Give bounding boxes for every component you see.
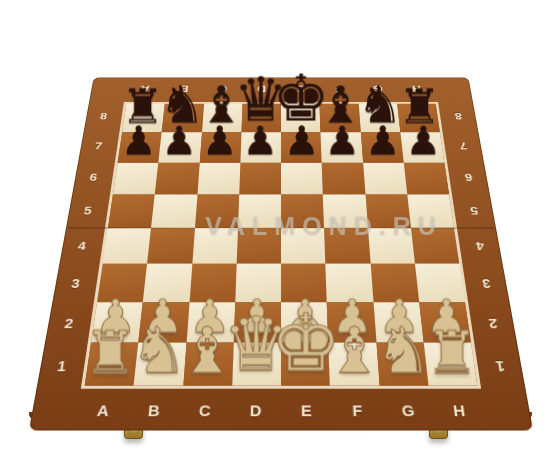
playfield: ♜♞♝♛♚♝♞♜♟♟♟♟♟♟♟♟♟♟♟♟♟♟♟♟♜♞♝♛♚♝♞♜ <box>81 102 481 389</box>
coordinate-label: H <box>396 81 437 96</box>
piece-white-rook[interactable]: ♜ <box>426 324 479 383</box>
square-h6[interactable] <box>403 162 449 194</box>
square-e7[interactable]: ♟ <box>281 132 322 162</box>
square-h7[interactable]: ♟ <box>400 132 444 162</box>
coordinate-label: A <box>76 398 130 424</box>
square-d7[interactable]: ♟ <box>240 132 281 162</box>
square-d6[interactable] <box>239 162 281 194</box>
square-g7[interactable]: ♟ <box>360 132 403 162</box>
square-f6[interactable] <box>322 162 365 194</box>
piece-black-pawn[interactable]: ♟ <box>243 121 278 161</box>
square-d5[interactable] <box>238 194 281 228</box>
coordinate-label: A <box>125 81 166 96</box>
square-b4[interactable] <box>147 228 194 264</box>
coordinate-label: 1 <box>44 345 78 389</box>
square-e4[interactable] <box>281 228 326 264</box>
square-a6[interactable] <box>113 162 159 194</box>
square-c6[interactable] <box>197 162 240 194</box>
square-f4[interactable] <box>324 228 370 264</box>
square-e5[interactable] <box>281 194 324 228</box>
piece-black-pawn[interactable]: ♟ <box>406 121 441 161</box>
coordinate-label: F <box>319 81 359 96</box>
square-e1[interactable]: ♚ <box>281 342 330 385</box>
file-labels-bottom: ABCDEFGH <box>76 398 487 424</box>
coordinate-label: G <box>358 81 398 96</box>
square-b7[interactable]: ♟ <box>159 132 202 162</box>
square-b6[interactable] <box>155 162 199 194</box>
coordinate-label: 3 <box>60 264 92 303</box>
coordinate-label: 8 <box>445 102 472 131</box>
piece-white-rook[interactable]: ♜ <box>83 324 136 383</box>
coordinate-label: 5 <box>460 194 489 228</box>
coordinate-label: 7 <box>450 131 477 162</box>
coordinate-label: D <box>230 398 281 424</box>
coordinate-label: 1 <box>483 345 517 389</box>
coordinate-label: 4 <box>67 228 97 264</box>
coordinate-label: D <box>242 81 281 96</box>
square-g1[interactable]: ♞ <box>376 342 428 385</box>
square-h1[interactable]: ♜ <box>423 342 477 385</box>
file-labels-top: ABCDEFGH <box>125 81 437 96</box>
coordinate-label: 2 <box>477 303 510 344</box>
chess-set-photo: ABCDEFGH ABCDEFGH 87654321 87654321 ♜♞♝♛… <box>0 0 560 469</box>
coordinate-label: C <box>178 398 230 424</box>
coordinate-label: G <box>382 398 435 424</box>
square-h5[interactable] <box>407 194 454 228</box>
coordinate-label: 4 <box>465 228 495 264</box>
coordinate-label: 2 <box>52 303 85 344</box>
square-c4[interactable] <box>192 228 238 264</box>
square-f5[interactable] <box>323 194 367 228</box>
coordinate-label: E <box>281 398 332 424</box>
coordinate-label: B <box>127 398 180 424</box>
coordinate-label: B <box>164 81 204 96</box>
coordinate-label: 5 <box>73 194 102 228</box>
coordinate-label: 8 <box>90 102 117 131</box>
coordinate-label: 7 <box>85 131 112 162</box>
piece-black-pawn[interactable]: ♟ <box>365 121 400 161</box>
coordinate-label: 3 <box>471 264 503 303</box>
piece-black-pawn[interactable]: ♟ <box>324 121 359 161</box>
square-d4[interactable] <box>236 228 281 264</box>
square-a4[interactable] <box>103 228 152 264</box>
square-c7[interactable]: ♟ <box>199 132 241 162</box>
square-c5[interactable] <box>195 194 239 228</box>
piece-black-pawn[interactable]: ♟ <box>121 121 156 161</box>
square-e6[interactable] <box>281 162 323 194</box>
chess-board: ABCDEFGH ABCDEFGH 87654321 87654321 ♜♞♝♛… <box>29 78 533 431</box>
piece-white-knight[interactable]: ♞ <box>375 319 432 382</box>
piece-black-pawn[interactable]: ♟ <box>161 121 196 161</box>
coordinate-label: E <box>281 81 320 96</box>
square-f7[interactable]: ♟ <box>321 132 363 162</box>
square-f1[interactable]: ♝ <box>328 342 379 385</box>
square-a5[interactable] <box>108 194 155 228</box>
piece-black-pawn[interactable]: ♟ <box>284 121 319 161</box>
piece-black-pawn[interactable]: ♟ <box>202 121 237 161</box>
square-g6[interactable] <box>363 162 407 194</box>
square-g4[interactable] <box>368 228 415 264</box>
square-a7[interactable]: ♟ <box>118 132 162 162</box>
square-b5[interactable] <box>151 194 197 228</box>
square-g5[interactable] <box>365 194 411 228</box>
coordinate-label: F <box>331 398 383 424</box>
coordinate-label: C <box>203 81 243 96</box>
coordinate-label: 6 <box>79 161 107 193</box>
square-h4[interactable] <box>411 228 460 264</box>
coordinate-label: H <box>432 398 486 424</box>
coordinate-label: 6 <box>455 161 483 193</box>
